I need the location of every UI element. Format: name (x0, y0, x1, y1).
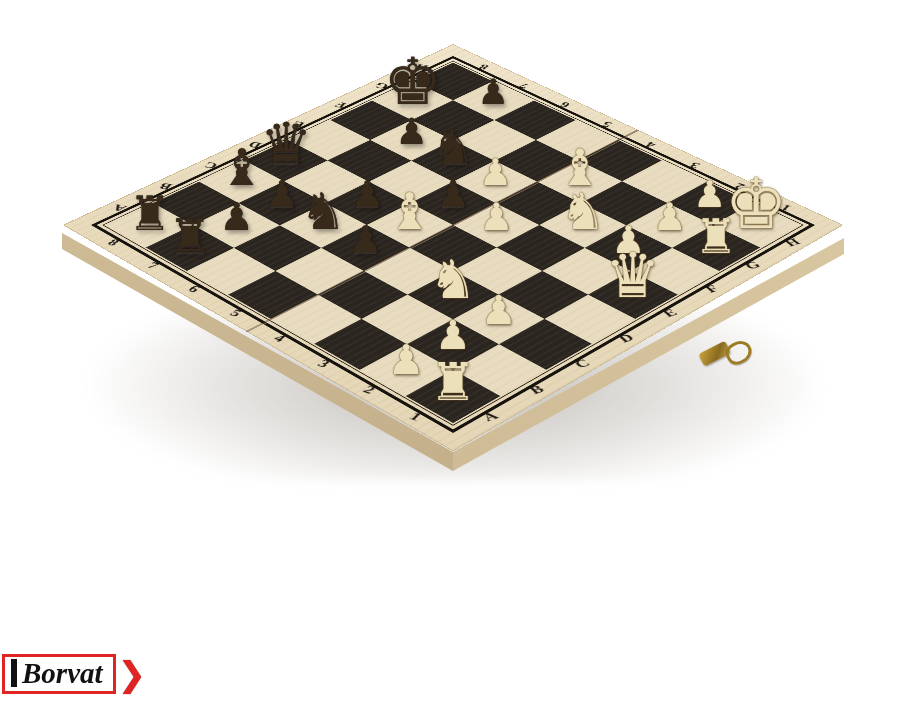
logo-brand-text: Borvat (22, 657, 103, 690)
logo-left-bar (11, 659, 17, 687)
product-photo: AA88BB77CC66DD55EE44FF33GG22HH11 ♚♟♟♛♞♝♝… (0, 0, 900, 717)
logo-box: Borvat (2, 654, 116, 694)
logo-arrow-icon: ❯ (118, 654, 147, 694)
brand-logo: Borvat ❯ (2, 650, 146, 698)
